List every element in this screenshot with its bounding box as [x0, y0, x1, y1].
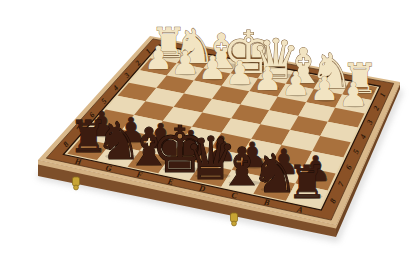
piece-white-pawn-g2[interactable]: ♟: [171, 44, 200, 82]
piece-white-pawn-h2[interactable]: ♟: [144, 39, 173, 77]
chess-set-photo: HGFEDCBA1122334455667788♜♞♝♚♛♝♞♜♟♟♟♟♟♟♟♟…: [0, 0, 420, 259]
piece-white-pawn-c2[interactable]: ♟: [281, 65, 310, 103]
piece-black-rook-a8[interactable]: ♜: [287, 156, 327, 209]
piece-white-pawn-e2[interactable]: ♟: [225, 54, 254, 92]
brass-clasp-1: [73, 177, 80, 190]
brass-clasp-2: [231, 213, 238, 226]
piece-white-pawn-a2[interactable]: ♟: [338, 75, 368, 114]
chess-board: HGFEDCBA1122334455667788♜♞♝♚♛♝♞♜♟♟♟♟♟♟♟♟…: [0, 0, 420, 259]
piece-white-pawn-b2[interactable]: ♟: [310, 70, 339, 108]
piece-white-pawn-d2[interactable]: ♟: [253, 60, 282, 98]
piece-white-pawn-f2[interactable]: ♟: [198, 49, 227, 87]
